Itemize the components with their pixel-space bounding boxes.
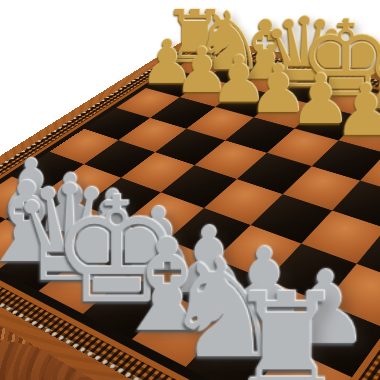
board-scene: ♜♞♝♛♚♝♞♜♟♟♟♟♟♟♟♟♟♟♟♟♟♟♟♟♜♞♝♛♚♝♞♜ (0, 0, 380, 380)
square-c4 (121, 152, 195, 192)
brass-black-rook-a8: ♜ (151, 1, 238, 73)
board-border-line: ♜♞♝♛♚♝♞♜♟♟♟♟♟♟♟♟♟♟♟♟♟♟♟♟♜♞♝♛♚♝♞♜ (0, 47, 380, 380)
board-frame-black: ♜♞♝♛♚♝♞♜♟♟♟♟♟♟♟♟♟♟♟♟♟♟♟♟♜♞♝♛♚♝♞♜ (0, 49, 380, 380)
board-border-tooled-trim: ♜♞♝♛♚♝♞♜♟♟♟♟♟♟♟♟♟♟♟♟♟♟♟♟♜♞♝♛♚♝♞♜ (0, 40, 380, 380)
chess-set-photo: ♜♞♝♛♚♝♞♜♟♟♟♟♟♟♟♟♟♟♟♟♟♟♟♟♜♞♝♛♚♝♞♜ (0, 0, 380, 380)
board-grid: ♜♞♝♛♚♝♞♜♟♟♟♟♟♟♟♟♟♟♟♟♟♟♟♟♜♞♝♛♚♝♞♜ (0, 53, 380, 380)
board-border-leather: ♜♞♝♛♚♝♞♜♟♟♟♟♟♟♟♟♟♟♟♟♟♟♟♟♜♞♝♛♚♝♞♜ (0, 34, 380, 380)
chess-board: ♜♞♝♛♚♝♞♜♟♟♟♟♟♟♟♟♟♟♟♟♟♟♟♟♜♞♝♛♚♝♞♜ (0, 34, 380, 380)
